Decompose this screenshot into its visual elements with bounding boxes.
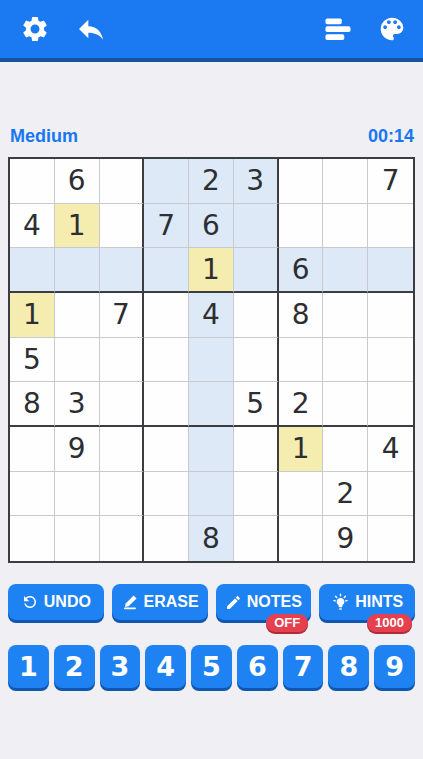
cell-r8c9[interactable] [368, 472, 413, 517]
cell-r1c4[interactable] [144, 159, 189, 204]
cell-r8c3[interactable] [100, 472, 145, 517]
cell-r5c4[interactable] [144, 338, 189, 383]
stats-bars-icon [323, 14, 353, 44]
gear-icon [20, 14, 50, 44]
cell-r9c4[interactable] [144, 516, 189, 561]
timer: 00:14 [368, 126, 414, 147]
back-arrow-icon [75, 13, 107, 45]
numpad-button-5[interactable]: 5 [191, 645, 232, 688]
cell-r6c4[interactable] [144, 382, 189, 427]
cell-r1c5[interactable]: 2 [189, 159, 234, 204]
cell-r6c7[interactable]: 2 [279, 382, 324, 427]
cell-r3c8[interactable] [323, 248, 368, 293]
back-button[interactable] [74, 12, 108, 46]
hints-count-badge: 1000 [367, 614, 412, 632]
cell-r5c8[interactable] [323, 338, 368, 383]
cell-r5c5[interactable] [189, 338, 234, 383]
cell-r7c2[interactable]: 9 [55, 427, 100, 472]
cell-r6c5[interactable] [189, 382, 234, 427]
cell-r4c2[interactable] [55, 293, 100, 338]
cell-r6c6[interactable]: 5 [234, 382, 279, 427]
cell-r1c8[interactable] [323, 159, 368, 204]
cell-r1c3[interactable] [100, 159, 145, 204]
difficulty-label: Medium [10, 126, 78, 147]
cell-r5c6[interactable] [234, 338, 279, 383]
eraser-icon [121, 593, 139, 611]
cell-r5c3[interactable] [100, 338, 145, 383]
cell-r9c3[interactable] [100, 516, 145, 561]
cell-r6c9[interactable] [368, 382, 413, 427]
theme-button[interactable] [375, 12, 409, 46]
numpad-button-1[interactable]: 1 [8, 645, 49, 688]
cell-r1c1[interactable] [10, 159, 55, 204]
cell-r5c7[interactable] [279, 338, 324, 383]
cell-r6c8[interactable] [323, 382, 368, 427]
cell-r6c1[interactable]: 8 [10, 382, 55, 427]
numpad-button-6[interactable]: 6 [237, 645, 278, 688]
cell-r9c1[interactable] [10, 516, 55, 561]
cell-r3c7[interactable]: 6 [279, 248, 324, 293]
cell-r7c3[interactable] [100, 427, 145, 472]
cell-r4c7[interactable]: 8 [279, 293, 324, 338]
numpad-button-4[interactable]: 4 [145, 645, 186, 688]
cell-r9c9[interactable] [368, 516, 413, 561]
numpad-button-3[interactable]: 3 [100, 645, 141, 688]
cell-r4c6[interactable] [234, 293, 279, 338]
cell-r9c2[interactable] [55, 516, 100, 561]
cell-r8c8[interactable]: 2 [323, 472, 368, 517]
palette-icon [377, 14, 407, 44]
cell-r8c4[interactable] [144, 472, 189, 517]
notes-off-badge: OFF [266, 614, 308, 632]
cell-r8c7[interactable] [279, 472, 324, 517]
cell-r8c5[interactable] [189, 472, 234, 517]
topbar [0, 0, 423, 62]
cell-r2c5[interactable]: 6 [189, 204, 234, 249]
cell-r9c5[interactable]: 8 [189, 516, 234, 561]
cell-r9c6[interactable] [234, 516, 279, 561]
cell-r7c5[interactable] [189, 427, 234, 472]
cell-r1c7[interactable] [279, 159, 324, 204]
notes-button[interactable]: NOTES OFF [216, 584, 312, 620]
cell-r3c6[interactable] [234, 248, 279, 293]
cell-r4c4[interactable] [144, 293, 189, 338]
stats-button[interactable] [321, 12, 355, 46]
numpad: 123456789 [8, 645, 415, 688]
cell-r3c3[interactable] [100, 248, 145, 293]
settings-button[interactable] [18, 12, 52, 46]
cell-r6c3[interactable] [100, 382, 145, 427]
lightbulb-icon [331, 593, 350, 612]
cell-r3c2[interactable] [55, 248, 100, 293]
cell-r5c2[interactable] [55, 338, 100, 383]
numpad-button-2[interactable]: 2 [54, 645, 95, 688]
cell-r2c4[interactable]: 7 [144, 204, 189, 249]
pencil-icon [225, 594, 242, 611]
cell-r4c8[interactable] [323, 293, 368, 338]
cell-r7c9[interactable]: 4 [368, 427, 413, 472]
numpad-button-9[interactable]: 9 [374, 645, 415, 688]
cell-r9c7[interactable] [279, 516, 324, 561]
cell-r2c8[interactable] [323, 204, 368, 249]
erase-label: ERASE [144, 593, 199, 611]
cell-r7c4[interactable] [144, 427, 189, 472]
notes-label: NOTES [247, 593, 302, 611]
cell-r2c6[interactable] [234, 204, 279, 249]
cell-r8c2[interactable] [55, 472, 100, 517]
cell-r4c9[interactable] [368, 293, 413, 338]
cell-r5c9[interactable] [368, 338, 413, 383]
numpad-button-7[interactable]: 7 [283, 645, 324, 688]
undo-button[interactable]: UNDO [8, 584, 104, 620]
cell-r1c9[interactable]: 7 [368, 159, 413, 204]
cell-r8c6[interactable] [234, 472, 279, 517]
undo-label: UNDO [44, 593, 91, 611]
cell-r7c7[interactable]: 1 [279, 427, 324, 472]
cell-r4c1[interactable]: 1 [10, 293, 55, 338]
cell-r2c2[interactable]: 1 [55, 204, 100, 249]
cell-r9c8[interactable]: 9 [323, 516, 368, 561]
cell-r7c8[interactable] [323, 427, 368, 472]
cell-r8c1[interactable] [10, 472, 55, 517]
hints-button[interactable]: HINTS 1000 [319, 584, 415, 620]
sudoku-grid: 6237417616174858352914289 [8, 157, 415, 563]
cell-r3c4[interactable] [144, 248, 189, 293]
cell-r7c1[interactable] [10, 427, 55, 472]
cell-r7c6[interactable] [234, 427, 279, 472]
cell-r4c3[interactable]: 7 [100, 293, 145, 338]
cell-r2c9[interactable] [368, 204, 413, 249]
cell-r1c2[interactable]: 6 [55, 159, 100, 204]
cell-r2c7[interactable] [279, 204, 324, 249]
cell-r3c9[interactable] [368, 248, 413, 293]
cell-r3c5[interactable]: 1 [189, 248, 234, 293]
cell-r2c3[interactable] [100, 204, 145, 249]
erase-button[interactable]: ERASE [112, 584, 208, 620]
app-screen: Medium 00:14 6237417616174858352914289 U… [0, 0, 423, 759]
undo-icon [21, 593, 39, 611]
cell-r4c5[interactable]: 4 [189, 293, 234, 338]
status-row: Medium 00:14 [10, 126, 414, 147]
hints-label: HINTS [355, 593, 403, 611]
cell-r3c1[interactable] [10, 248, 55, 293]
toolbar: UNDO ERASE NOTES OFF [8, 584, 415, 620]
cell-r2c1[interactable]: 4 [10, 204, 55, 249]
cell-r1c6[interactable]: 3 [234, 159, 279, 204]
cell-r6c2[interactable]: 3 [55, 382, 100, 427]
numpad-button-8[interactable]: 8 [328, 645, 369, 688]
cell-r5c1[interactable]: 5 [10, 338, 55, 383]
